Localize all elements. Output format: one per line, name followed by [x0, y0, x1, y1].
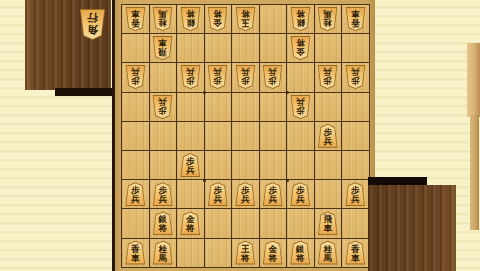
cell-8d[interactable]: 歩 兵 — [150, 93, 177, 121]
black-piece-銀将[interactable]: 銀 将 — [152, 211, 173, 235]
cell-4h[interactable] — [260, 209, 287, 237]
star-point — [286, 91, 289, 94]
cell-7h[interactable]: 金 将 — [177, 209, 204, 237]
cell-9d[interactable] — [122, 93, 149, 121]
piece-kanji: 香 車 — [126, 242, 145, 264]
cell-7a[interactable]: 銀 将 — [177, 5, 204, 33]
cell-3c[interactable] — [287, 63, 314, 91]
piece-kanji: 歩 兵 — [153, 183, 172, 205]
cell-8b[interactable]: 飛 車 — [150, 34, 177, 62]
piece-kanji: 香 車 — [346, 8, 365, 30]
cell-7d[interactable] — [177, 93, 204, 121]
cell-8g[interactable]: 歩 兵 — [150, 180, 177, 208]
white-hand-piece-bishop[interactable]: 角 行 — [79, 9, 106, 40]
cell-9c[interactable]: 歩 兵 — [122, 63, 149, 91]
cell-4c[interactable]: 歩 兵 — [260, 63, 287, 91]
black-piece-歩兵[interactable]: 歩 兵 — [290, 182, 311, 206]
piece-kanji: 歩 兵 — [208, 183, 227, 205]
cell-4a[interactable] — [260, 5, 287, 33]
piece-kanji: 歩 兵 — [236, 183, 255, 205]
piece-kanji: 桂 馬 — [318, 8, 337, 30]
cell-3d[interactable]: 歩 兵 — [287, 93, 314, 121]
cell-8f[interactable] — [150, 151, 177, 179]
cell-4i[interactable]: 金 将 — [260, 239, 287, 267]
white-piece-歩兵[interactable]: 歩 兵 — [125, 65, 146, 89]
cell-5d[interactable] — [232, 93, 259, 121]
white-piece-銀将[interactable]: 銀 将 — [290, 7, 311, 31]
cell-2h[interactable]: 飛 車 — [315, 209, 342, 237]
piece-kanji: 銀 将 — [153, 212, 172, 234]
white-piece-飛車[interactable]: 飛 車 — [152, 36, 173, 60]
cell-6i[interactable] — [205, 239, 232, 267]
white-piece-香車[interactable]: 香 車 — [345, 7, 366, 31]
piece-kanji: 香 車 — [346, 242, 365, 264]
piece-kanji: 金 将 — [181, 212, 200, 234]
cell-8a[interactable]: 桂 馬 — [150, 5, 177, 33]
white-piece-歩兵[interactable]: 歩 兵 — [235, 65, 256, 89]
cell-3b[interactable]: 金 将 — [287, 34, 314, 62]
piece-kanji: 歩 兵 — [263, 183, 282, 205]
cell-6f[interactable] — [205, 151, 232, 179]
piece-kanji: 歩 兵 — [263, 66, 282, 88]
piece-kanji: 歩 兵 — [318, 125, 337, 147]
cell-7b[interactable] — [177, 34, 204, 62]
cell-3h[interactable] — [287, 209, 314, 237]
piece-kanji: 飛 車 — [153, 37, 172, 59]
cell-3i[interactable]: 銀 将 — [287, 239, 314, 267]
cell-3e[interactable] — [287, 122, 314, 150]
cell-8i[interactable]: 桂 馬 — [150, 239, 177, 267]
black-piece-歩兵[interactable]: 歩 兵 — [317, 124, 338, 148]
cell-5a[interactable]: 玉 将 — [232, 5, 259, 33]
cell-1c[interactable]: 歩 兵 — [342, 63, 369, 91]
piece-kanji: 桂 馬 — [153, 8, 172, 30]
white-piece-桂馬[interactable]: 桂 馬 — [152, 7, 173, 31]
piece-kanji: 歩 兵 — [181, 154, 200, 176]
piece-kanji: 玉 将 — [236, 8, 255, 30]
white-piece-歩兵[interactable]: 歩 兵 — [262, 65, 283, 89]
black-piece-飛車[interactable]: 飛 車 — [317, 211, 338, 235]
board-grid: 香 車桂 馬銀 将金 将玉 将銀 将桂 馬香 車飛 車金 将歩 兵歩 兵歩 兵歩… — [121, 4, 370, 268]
white-piece-玉将[interactable]: 玉 将 — [235, 7, 256, 31]
piece-kanji: 歩 兵 — [236, 66, 255, 88]
cell-5f[interactable] — [232, 151, 259, 179]
piece-kanji: 歩 兵 — [126, 183, 145, 205]
cell-1g[interactable]: 歩 兵 — [342, 180, 369, 208]
white-piece-桂馬[interactable]: 桂 馬 — [317, 7, 338, 31]
cell-6e[interactable] — [205, 122, 232, 150]
white-piece-歩兵[interactable]: 歩 兵 — [317, 65, 338, 89]
cell-7f[interactable]: 歩 兵 — [177, 151, 204, 179]
cell-7c[interactable]: 歩 兵 — [177, 63, 204, 91]
cell-2a[interactable]: 桂 馬 — [315, 5, 342, 33]
black-piece-銀将[interactable]: 銀 将 — [290, 241, 311, 265]
piece-kanji: 歩 兵 — [153, 96, 172, 118]
cell-1e[interactable] — [342, 122, 369, 150]
cell-3a[interactable]: 銀 将 — [287, 5, 314, 33]
cell-1h[interactable] — [342, 209, 369, 237]
cell-7g[interactable] — [177, 180, 204, 208]
black-piece-歩兵[interactable]: 歩 兵 — [235, 182, 256, 206]
cell-1f[interactable] — [342, 151, 369, 179]
cell-6d[interactable] — [205, 93, 232, 121]
cell-6g[interactable]: 歩 兵 — [205, 180, 232, 208]
piece-kanji: 香 車 — [126, 8, 145, 30]
cell-4d[interactable] — [260, 93, 287, 121]
cell-9b[interactable] — [122, 34, 149, 62]
cell-3f[interactable] — [287, 151, 314, 179]
cell-9e[interactable] — [122, 122, 149, 150]
black-piece-歩兵[interactable]: 歩 兵 — [262, 182, 283, 206]
piece-kanji: 歩 兵 — [208, 66, 227, 88]
black-piece-歩兵[interactable]: 歩 兵 — [125, 182, 146, 206]
cell-3g[interactable]: 歩 兵 — [287, 180, 314, 208]
cell-2d[interactable] — [315, 93, 342, 121]
white-piece-歩兵[interactable]: 歩 兵 — [207, 65, 228, 89]
black-piece-金将[interactable]: 金 将 — [262, 241, 283, 265]
black-piece-香車[interactable]: 香 車 — [125, 241, 146, 265]
background-post-upper — [467, 43, 480, 117]
black-piece-桂馬[interactable]: 桂 馬 — [317, 241, 338, 265]
piece-kanji: 歩 兵 — [318, 66, 337, 88]
star-point — [203, 179, 206, 182]
piece-kanji: 金 将 — [263, 242, 282, 264]
cell-1b[interactable] — [342, 34, 369, 62]
cell-2c[interactable]: 歩 兵 — [315, 63, 342, 91]
star-point — [286, 179, 289, 182]
cell-5b[interactable] — [232, 34, 259, 62]
black-piece-王将[interactable]: 王 将 — [235, 241, 256, 265]
cell-8c[interactable] — [150, 63, 177, 91]
cell-9h[interactable] — [122, 209, 149, 237]
black-piece-歩兵[interactable]: 歩 兵 — [345, 182, 366, 206]
white-piece-金将[interactable]: 金 将 — [290, 36, 311, 60]
cell-6a[interactable]: 金 将 — [205, 5, 232, 33]
cell-4f[interactable] — [260, 151, 287, 179]
cell-1i[interactable]: 香 車 — [342, 239, 369, 267]
cell-5i[interactable]: 王 将 — [232, 239, 259, 267]
cell-5c[interactable]: 歩 兵 — [232, 63, 259, 91]
cell-1d[interactable] — [342, 93, 369, 121]
cell-6h[interactable] — [205, 209, 232, 237]
piece-kanji: 桂 馬 — [153, 242, 172, 264]
cell-9i[interactable]: 香 車 — [122, 239, 149, 267]
cell-4b[interactable] — [260, 34, 287, 62]
piece-kanji: 歩 兵 — [181, 66, 200, 88]
black-piece-stand[interactable]: 角 行 — [368, 185, 456, 271]
cell-4e[interactable] — [260, 122, 287, 150]
piece-kanji: 飛 車 — [318, 212, 337, 234]
black-piece-歩兵[interactable]: 歩 兵 — [207, 182, 228, 206]
white-piece-銀将[interactable]: 銀 将 — [180, 7, 201, 31]
cell-2b[interactable] — [315, 34, 342, 62]
shogi-board: 香 車桂 馬銀 将金 将玉 将銀 将桂 馬香 車飛 車金 将歩 兵歩 兵歩 兵歩… — [115, 0, 375, 271]
cell-9f[interactable] — [122, 151, 149, 179]
background-post-lower — [470, 115, 479, 230]
cell-6b[interactable] — [205, 34, 232, 62]
piece-kanji: 金 将 — [291, 37, 310, 59]
white-hand-piece-label: 角 行 — [80, 10, 105, 39]
white-piece-stand-edge — [55, 88, 113, 96]
cell-9g[interactable]: 歩 兵 — [122, 180, 149, 208]
cell-2e[interactable]: 歩 兵 — [315, 122, 342, 150]
piece-kanji: 銀 将 — [291, 8, 310, 30]
cell-9a[interactable]: 香 車 — [122, 5, 149, 33]
cell-2g[interactable] — [315, 180, 342, 208]
white-piece-歩兵[interactable]: 歩 兵 — [180, 65, 201, 89]
cell-4g[interactable]: 歩 兵 — [260, 180, 287, 208]
piece-kanji: 桂 馬 — [318, 242, 337, 264]
cell-6c[interactable]: 歩 兵 — [205, 63, 232, 91]
piece-kanji: 歩 兵 — [346, 183, 365, 205]
piece-kanji: 歩 兵 — [291, 96, 310, 118]
black-piece-歩兵[interactable]: 歩 兵 — [180, 153, 201, 177]
cell-1a[interactable]: 香 車 — [342, 5, 369, 33]
piece-kanji: 金 将 — [208, 8, 227, 30]
white-piece-歩兵[interactable]: 歩 兵 — [345, 65, 366, 89]
white-piece-金将[interactable]: 金 将 — [207, 7, 228, 31]
cell-8h[interactable]: 銀 将 — [150, 209, 177, 237]
black-piece-金将[interactable]: 金 将 — [180, 211, 201, 235]
cell-5e[interactable] — [232, 122, 259, 150]
white-piece-stand[interactable]: 角 行 — [25, 0, 111, 90]
cell-2f[interactable] — [315, 151, 342, 179]
white-piece-歩兵[interactable]: 歩 兵 — [152, 95, 173, 119]
piece-kanji: 歩 兵 — [291, 183, 310, 205]
black-piece-香車[interactable]: 香 車 — [345, 241, 366, 265]
cell-7e[interactable] — [177, 122, 204, 150]
piece-kanji: 王 将 — [236, 242, 255, 264]
cell-5g[interactable]: 歩 兵 — [232, 180, 259, 208]
cell-2i[interactable]: 桂 馬 — [315, 239, 342, 267]
piece-kanji: 歩 兵 — [126, 66, 145, 88]
white-piece-歩兵[interactable]: 歩 兵 — [290, 95, 311, 119]
piece-kanji: 銀 将 — [181, 8, 200, 30]
cell-8e[interactable] — [150, 122, 177, 150]
piece-kanji: 歩 兵 — [346, 66, 365, 88]
white-piece-香車[interactable]: 香 車 — [125, 7, 146, 31]
black-piece-歩兵[interactable]: 歩 兵 — [152, 182, 173, 206]
black-piece-桂馬[interactable]: 桂 馬 — [152, 241, 173, 265]
piece-kanji: 銀 将 — [291, 242, 310, 264]
cell-5h[interactable] — [232, 209, 259, 237]
cell-7i[interactable] — [177, 239, 204, 267]
